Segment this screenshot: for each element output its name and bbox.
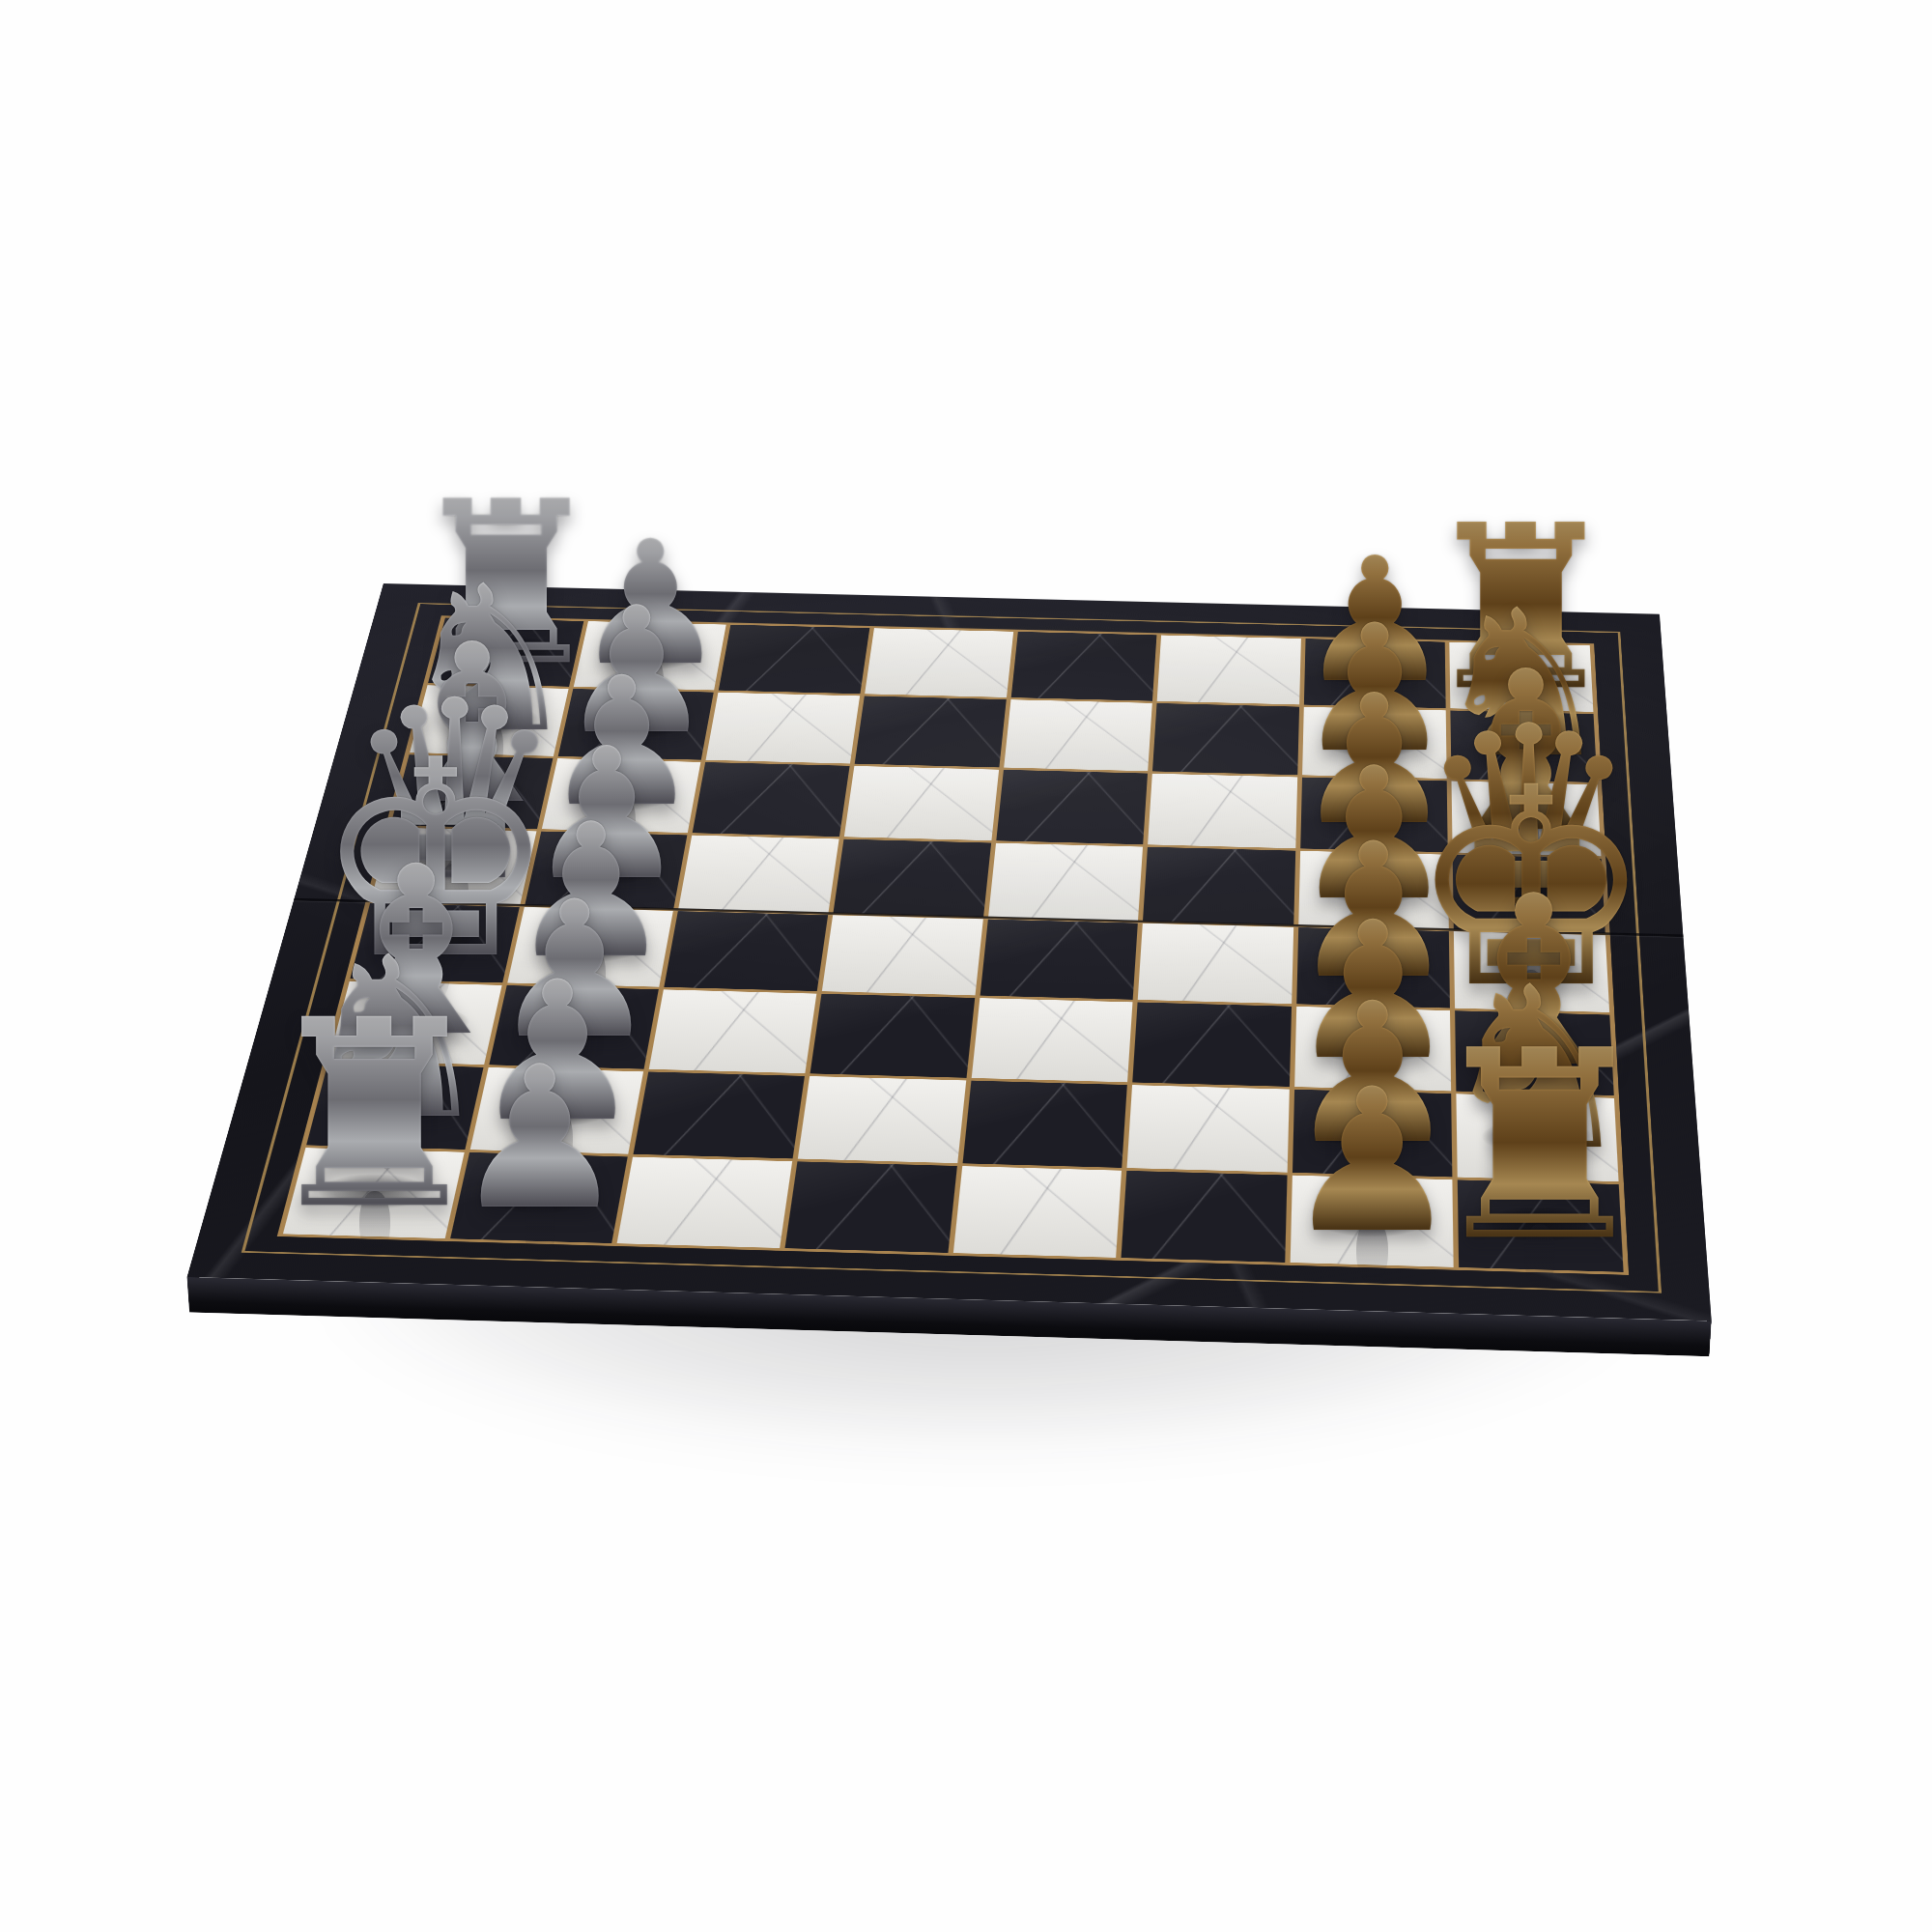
piece-black-rook-h8[interactable]: ♜ [1405, 1017, 1676, 1278]
piece-white-pawn-h2[interactable]: ♟ [405, 1040, 674, 1237]
photo-background: ♜♟♟♜♞♟♟♞♝♟♟♝♛♟♟♛♚♟♟♚♝♟♟♝♞♟♟♞♜♟♟♜ [0, 0, 1932, 1932]
